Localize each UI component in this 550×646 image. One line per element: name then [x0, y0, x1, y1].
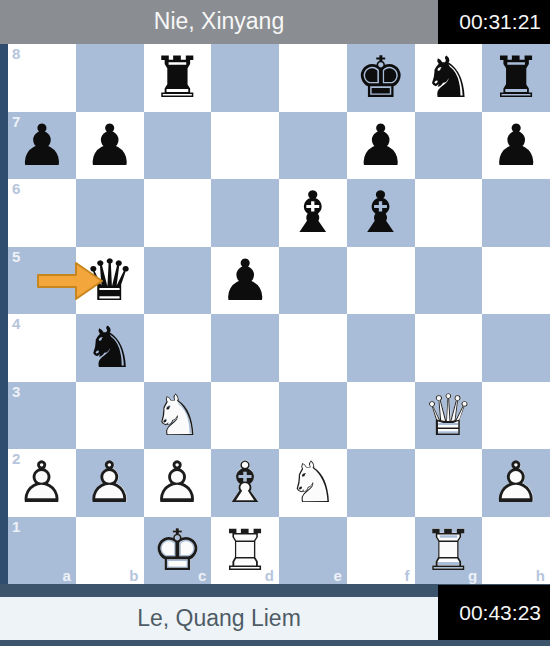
- square-g2[interactable]: [415, 449, 483, 517]
- piece-glyph-outline: ♘: [279, 449, 347, 517]
- square-c6[interactable]: [144, 179, 212, 247]
- piece-black-pawn-h7[interactable]: ♟: [482, 112, 550, 180]
- piece-glyph-fill: ♞: [76, 314, 144, 382]
- file-label-h: h: [536, 567, 545, 584]
- piece-glyph-fill: ♝: [347, 179, 415, 247]
- square-b6[interactable]: [76, 179, 144, 247]
- square-g8[interactable]: ♞: [415, 44, 483, 112]
- piece-white-pawn-h2[interactable]: ♟♙: [482, 449, 550, 517]
- square-c7[interactable]: [144, 112, 212, 180]
- square-c4[interactable]: [144, 314, 212, 382]
- square-a4[interactable]: 4: [8, 314, 76, 382]
- square-f4[interactable]: [347, 314, 415, 382]
- piece-black-pawn-f7[interactable]: ♟: [347, 112, 415, 180]
- piece-glyph-outline: ♙: [76, 449, 144, 517]
- square-f5[interactable]: [347, 247, 415, 315]
- piece-glyph-outline: ♗: [211, 449, 279, 517]
- square-d6[interactable]: [211, 179, 279, 247]
- rank-label-5: 5: [12, 248, 20, 265]
- piece-glyph-fill: ♟: [482, 112, 550, 180]
- piece-glyph-outline: ♙: [144, 449, 212, 517]
- piece-black-knight-g8[interactable]: ♞: [415, 44, 483, 112]
- square-e2[interactable]: ♞♘: [279, 449, 347, 517]
- piece-glyph-outline: ♖: [415, 517, 483, 585]
- rank-label-6: 6: [12, 180, 20, 197]
- piece-glyph-outline: ♙: [8, 449, 76, 517]
- piece-black-bishop-e6[interactable]: ♝: [279, 179, 347, 247]
- square-a6[interactable]: 6: [8, 179, 76, 247]
- piece-white-knight-c3[interactable]: ♞♘: [144, 382, 212, 450]
- square-b8[interactable]: [76, 44, 144, 112]
- piece-glyph-fill: ♝: [279, 179, 347, 247]
- square-c3[interactable]: ♞♘: [144, 382, 212, 450]
- file-label-f: f: [405, 567, 410, 584]
- square-g1[interactable]: g♜♖: [415, 517, 483, 585]
- top-player-bar: Nie, Xinyang 00:31:21: [0, 0, 550, 44]
- piece-white-rook-g1[interactable]: ♜♖: [415, 517, 483, 585]
- bottom-player-bar: Le, Quang Liem: [0, 597, 438, 640]
- square-a7[interactable]: 7♟: [8, 112, 76, 180]
- square-e4[interactable]: [279, 314, 347, 382]
- piece-black-king-f8[interactable]: ♚: [347, 44, 415, 112]
- square-a2[interactable]: 2♟♙: [8, 449, 76, 517]
- piece-glyph-fill: ♚: [347, 44, 415, 112]
- square-a3[interactable]: 3: [8, 382, 76, 450]
- square-h5[interactable]: [482, 247, 550, 315]
- square-b7[interactable]: ♟: [76, 112, 144, 180]
- square-f2[interactable]: [347, 449, 415, 517]
- piece-black-rook-h8[interactable]: ♜: [482, 44, 550, 112]
- square-d3[interactable]: [211, 382, 279, 450]
- bottom-region: Le, Quang Liem 00:43:23: [0, 584, 550, 646]
- square-d5[interactable]: ♟: [211, 247, 279, 315]
- piece-glyph-fill: ♜: [144, 44, 212, 112]
- square-c5[interactable]: [144, 247, 212, 315]
- square-b4[interactable]: ♞: [76, 314, 144, 382]
- piece-white-bishop-d2[interactable]: ♝♗: [211, 449, 279, 517]
- piece-black-pawn-a7[interactable]: ♟: [8, 112, 76, 180]
- piece-black-pawn-b7[interactable]: ♟: [76, 112, 144, 180]
- square-f1[interactable]: f: [347, 517, 415, 585]
- piece-black-bishop-f6[interactable]: ♝: [347, 179, 415, 247]
- piece-glyph-fill: ♟: [347, 112, 415, 180]
- square-d1[interactable]: d♜♖: [211, 517, 279, 585]
- piece-glyph-outline: ♕: [415, 382, 483, 450]
- square-b2[interactable]: ♟♙: [76, 449, 144, 517]
- square-c2[interactable]: ♟♙: [144, 449, 212, 517]
- square-g3[interactable]: ♛♕: [415, 382, 483, 450]
- square-b1[interactable]: b: [76, 517, 144, 585]
- rank-label-8: 8: [12, 45, 20, 62]
- piece-white-rook-d1[interactable]: ♜♖: [211, 517, 279, 585]
- square-h8[interactable]: ♜: [482, 44, 550, 112]
- square-h6[interactable]: [482, 179, 550, 247]
- piece-glyph-outline: ♘: [144, 382, 212, 450]
- square-e7[interactable]: [279, 112, 347, 180]
- square-b3[interactable]: [76, 382, 144, 450]
- bottom-player-clock: 00:43:23: [438, 585, 550, 640]
- square-d7[interactable]: [211, 112, 279, 180]
- square-c8[interactable]: ♜: [144, 44, 212, 112]
- piece-glyph-fill: ♟: [8, 112, 76, 180]
- piece-glyph-fill: ♟: [76, 112, 144, 180]
- piece-glyph-outline: ♙: [482, 449, 550, 517]
- piece-white-pawn-b2[interactable]: ♟♙: [76, 449, 144, 517]
- file-label-a: a: [62, 567, 70, 584]
- square-d8[interactable]: [211, 44, 279, 112]
- piece-black-rook-c8[interactable]: ♜: [144, 44, 212, 112]
- piece-glyph-outline: ♔: [144, 517, 212, 585]
- square-c1[interactable]: c♚♔: [144, 517, 212, 585]
- last-move-arrow-icon: [37, 261, 103, 301]
- square-e5[interactable]: [279, 247, 347, 315]
- square-g6[interactable]: [415, 179, 483, 247]
- rank-label-4: 4: [12, 315, 20, 332]
- chess-app: Nie, Xinyang 00:31:21 8♜♚♞♜7♟♟♟♟6♝♝5♛♟4♞…: [0, 0, 550, 646]
- piece-white-knight-e2[interactable]: ♞♘: [279, 449, 347, 517]
- square-a8[interactable]: 8: [8, 44, 76, 112]
- square-f6[interactable]: ♝: [347, 179, 415, 247]
- piece-black-pawn-d5[interactable]: ♟: [211, 247, 279, 315]
- piece-glyph-outline: ♖: [211, 517, 279, 585]
- square-h4[interactable]: [482, 314, 550, 382]
- file-label-e: e: [333, 567, 341, 584]
- rank-label-3: 3: [12, 383, 20, 400]
- square-h3[interactable]: [482, 382, 550, 450]
- piece-white-king-c1[interactable]: ♚♔: [144, 517, 212, 585]
- square-h1[interactable]: h: [482, 517, 550, 585]
- square-g5[interactable]: [415, 247, 483, 315]
- square-f3[interactable]: [347, 382, 415, 450]
- piece-glyph-fill: ♞: [415, 44, 483, 112]
- square-e1[interactable]: e: [279, 517, 347, 585]
- square-h7[interactable]: ♟: [482, 112, 550, 180]
- chess-board: 8♜♚♞♜7♟♟♟♟6♝♝5♛♟4♞3♞♘♛♕2♟♙♟♙♟♙♝♗♞♘♟♙1abc…: [0, 44, 550, 584]
- square-g7[interactable]: [415, 112, 483, 180]
- piece-glyph-fill: ♟: [211, 247, 279, 315]
- square-d4[interactable]: [211, 314, 279, 382]
- square-d2[interactable]: ♝♗: [211, 449, 279, 517]
- piece-black-knight-b4[interactable]: ♞: [76, 314, 144, 382]
- piece-white-pawn-a2[interactable]: ♟♙: [8, 449, 76, 517]
- piece-white-queen-g3[interactable]: ♛♕: [415, 382, 483, 450]
- square-g4[interactable]: [415, 314, 483, 382]
- top-player-name: Nie, Xinyang: [0, 0, 438, 44]
- piece-glyph-fill: ♜: [482, 44, 550, 112]
- square-e6[interactable]: ♝: [279, 179, 347, 247]
- square-e3[interactable]: [279, 382, 347, 450]
- piece-white-pawn-c2[interactable]: ♟♙: [144, 449, 212, 517]
- bottom-player-name: Le, Quang Liem: [0, 597, 438, 640]
- file-label-b: b: [129, 567, 138, 584]
- square-h2[interactable]: ♟♙: [482, 449, 550, 517]
- rank-label-1: 1: [12, 518, 20, 535]
- square-f7[interactable]: ♟: [347, 112, 415, 180]
- top-player-clock: 00:31:21: [438, 0, 550, 44]
- square-e8[interactable]: [279, 44, 347, 112]
- square-f8[interactable]: ♚: [347, 44, 415, 112]
- square-a1[interactable]: 1a: [8, 517, 76, 585]
